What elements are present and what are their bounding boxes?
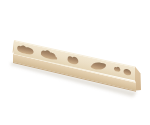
product-photo-stage <box>0 0 150 125</box>
